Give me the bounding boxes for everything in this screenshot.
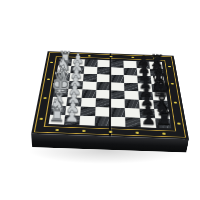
magnet-dot <box>177 122 181 124</box>
square-h4[interactable] <box>95 116 110 126</box>
piece-black-rook-h8[interactable]: ♜ <box>156 95 173 128</box>
magnet-dot <box>174 101 177 103</box>
magnet-dot <box>131 57 134 59</box>
magnet-dot <box>162 132 166 134</box>
piece-white-rook-h1[interactable]: ♜ <box>49 91 66 124</box>
magnet-dot <box>109 56 112 58</box>
board-front-side <box>31 134 189 153</box>
square-d5[interactable] <box>110 82 124 91</box>
magnet-dot <box>135 132 138 134</box>
square-g6[interactable] <box>125 108 140 118</box>
square-h3[interactable] <box>79 116 95 126</box>
piece-black-pawn-h7[interactable]: ♟ <box>141 95 158 128</box>
magnet-dot <box>55 129 59 131</box>
product-photo-canvas: ♜♞♝♛♚♝♞♜♟♟♟♟♟♟♟♟♟♟♟♟♟♟♟♟♜♞♝♛♚♝♞♜ <box>0 0 200 200</box>
chess-board: ♜♞♝♛♚♝♞♜♟♟♟♟♟♟♟♟♟♟♟♟♟♟♟♟♜♞♝♛♚♝♞♜ <box>31 51 189 139</box>
square-g5[interactable] <box>110 108 125 118</box>
magnet-dot <box>168 65 171 67</box>
magnet-dot <box>82 130 85 132</box>
square-g3[interactable] <box>80 107 95 117</box>
piece-white-pawn-h2[interactable]: ♟ <box>64 92 81 125</box>
scene: ♜♞♝♛♚♝♞♜♟♟♟♟♟♟♟♟♟♟♟♟♟♟♟♟♜♞♝♛♚♝♞♜ <box>0 0 200 200</box>
square-g4[interactable] <box>95 107 110 117</box>
magnet-dot <box>40 117 44 119</box>
magnet-dot <box>87 55 90 57</box>
magnet-dot <box>50 61 53 63</box>
square-h5[interactable] <box>110 117 125 127</box>
magnet-dot <box>43 97 46 99</box>
board-right-side <box>172 56 189 151</box>
square-h6[interactable] <box>125 117 141 127</box>
